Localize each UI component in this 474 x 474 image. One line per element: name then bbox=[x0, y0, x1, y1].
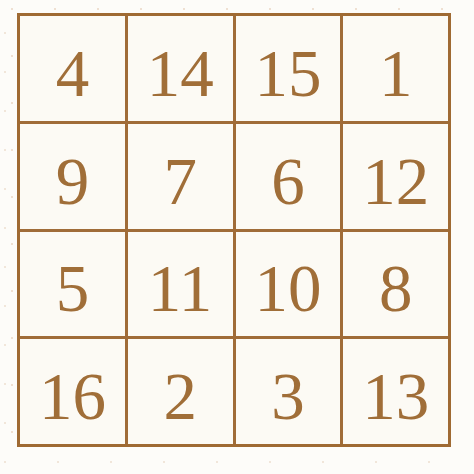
cell-r3c4: 8 bbox=[343, 232, 448, 337]
cell-r3c1: 5 bbox=[20, 232, 125, 337]
cell-r2c2: 7 bbox=[128, 124, 233, 229]
cell-r4c3: 3 bbox=[236, 339, 341, 444]
cell-r4c1: 16 bbox=[20, 339, 125, 444]
cell-r1c2: 14 bbox=[128, 16, 233, 121]
cell-r3c2: 11 bbox=[128, 232, 233, 337]
cell-r3c3: 10 bbox=[236, 232, 341, 337]
cell-r2c4: 12 bbox=[343, 124, 448, 229]
magic-square-board: 4 14 15 1 9 7 6 12 5 11 10 8 16 2 3 13 bbox=[17, 13, 451, 447]
cell-r4c2: 2 bbox=[128, 339, 233, 444]
scanned-page: 4 14 15 1 9 7 6 12 5 11 10 8 16 2 3 13 bbox=[0, 0, 474, 474]
cell-r2c3: 6 bbox=[236, 124, 341, 229]
cell-r1c3: 15 bbox=[236, 16, 341, 121]
cell-r2c1: 9 bbox=[20, 124, 125, 229]
cell-r4c4: 13 bbox=[343, 339, 448, 444]
cell-r1c1: 4 bbox=[20, 16, 125, 121]
cell-r1c4: 1 bbox=[343, 16, 448, 121]
